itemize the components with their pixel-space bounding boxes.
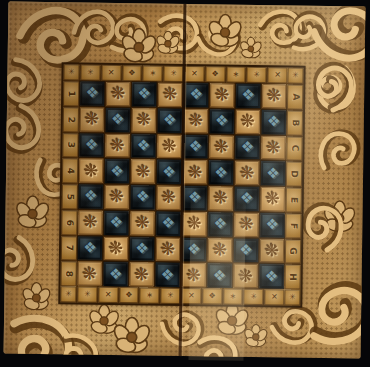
square-r7c7[interactable]: ❖ [234,238,258,262]
square-r4c7[interactable]: ❋ [235,161,259,185]
row-label-B: B [287,109,303,135]
frame-corner-bottom-right: ✳ [284,289,300,305]
row-label-D: D [286,161,302,187]
rank-label-7: 7 [61,235,77,261]
square-r5c3[interactable]: ❖ [131,185,155,209]
square-r7c5[interactable]: ❖ [182,237,206,261]
square-r6c4[interactable]: ❖ [156,211,180,235]
square-r7c4[interactable]: ❋ [156,237,180,261]
frame-bottom-tile: ✳ [159,288,180,304]
square-r2c1[interactable]: ❋ [80,107,104,131]
square-r3c8[interactable]: ❋ [261,136,285,160]
square-r7c8[interactable]: ❋ [260,239,284,263]
rank-label-5: 5 [62,183,78,209]
square-r2c5[interactable]: ❋ [184,109,208,133]
square-r1c2[interactable]: ❋ [106,82,130,106]
square-r8c1[interactable]: ❋ [78,262,102,286]
square-r1c3[interactable]: ❖ [132,82,156,106]
square-r5c4[interactable]: ❋ [157,186,181,210]
square-r6c7[interactable]: ❋ [234,212,258,236]
square-r3c6[interactable]: ❋ [209,135,233,159]
frame-corner-top-left: ✳ [63,64,79,80]
rank-label-8: 8 [61,261,77,287]
square-r1c1[interactable]: ❖ [80,82,104,106]
row-label-H: H [284,264,300,290]
frame-bottom-tile: ✕ [180,288,201,304]
square-r6c1[interactable]: ❋ [78,210,102,234]
frame-bottom-tile: ∗ [139,287,160,303]
frame-top-tile: ✕ [100,65,121,81]
row-label-C: C [286,135,302,161]
frame-top-tile: ✳ [79,65,100,81]
frame-top-tile: ✳ [246,67,267,83]
square-r1c4[interactable]: ❋ [158,83,182,107]
square-r7c1[interactable]: ❖ [78,236,102,260]
square-r6c8[interactable]: ❖ [260,213,284,237]
row-label-E: E [286,186,302,212]
rank-label-1: 1 [63,80,79,106]
frame-bottom-tile: ✕ [97,287,118,303]
square-r4c8[interactable]: ❖ [261,161,285,185]
square-r5c2[interactable]: ❋ [105,185,129,209]
frame-bottom-tile: ❖ [118,287,139,303]
square-r3c2[interactable]: ❋ [105,133,129,157]
square-r4c1[interactable]: ❋ [79,159,103,183]
rank-label-6: 6 [61,209,77,235]
square-r7c3[interactable]: ❖ [130,237,154,261]
square-r2c6[interactable]: ❖ [210,109,234,133]
square-r5c8[interactable]: ❋ [261,187,285,211]
square-r8c6[interactable]: ❖ [208,264,232,288]
rank-label-2: 2 [63,106,79,132]
square-r6c3[interactable]: ❋ [130,211,154,235]
frame-corner-bottom-left: ✳ [60,286,76,302]
frame-bottom-tile: ✳ [76,287,97,303]
frame-bottom-tile: ❖ [201,288,222,304]
square-r8c4[interactable]: ❖ [156,263,180,287]
square-r4c4[interactable]: ❖ [157,160,181,184]
frame-top-tile: ✳ [163,66,184,82]
frame-top-tile: ❖ [121,65,142,81]
carved-wooden-board: ✳ ✳✕❖∗✳✕❖∗✳✕ ✳ 12345678 ❖❋❖❋❖❋❖❋❋❖❋❖❋❖❋❖… [4,2,366,359]
row-label-A: A [287,83,303,109]
square-r2c3[interactable]: ❋ [132,108,156,132]
frame-corner-top-right: ✳ [287,67,303,83]
square-r5c1[interactable]: ❖ [79,185,103,209]
square-r1c8[interactable]: ❋ [262,84,286,108]
square-r6c6[interactable]: ❖ [208,212,232,236]
square-r4c3[interactable]: ❋ [131,160,155,184]
square-r2c8[interactable]: ❖ [262,110,286,134]
frame-top-tile: ∗ [142,65,163,81]
square-r2c2[interactable]: ❖ [106,108,130,132]
frame-top-tile: ∗ [225,67,246,83]
square-r5c7[interactable]: ❖ [235,187,259,211]
square-r5c5[interactable]: ❖ [183,186,207,210]
frame-top-tile: ✕ [183,66,204,82]
rank-label-3: 3 [62,132,78,158]
rank-label-4: 4 [62,158,78,184]
square-r2c4[interactable]: ❖ [158,108,182,132]
square-r4c6[interactable]: ❖ [209,161,233,185]
square-r8c5[interactable]: ❋ [182,263,206,287]
frame-strip-right-letters: ABCDEFGH [284,83,303,289]
square-r2c7[interactable]: ❋ [236,109,260,133]
square-r1c6[interactable]: ❋ [210,83,234,107]
square-r3c4[interactable]: ❋ [157,134,181,158]
frame-top-tile: ❖ [204,66,225,82]
square-r8c2[interactable]: ❖ [104,262,128,286]
frame-bottom-tile: ✳ [243,289,264,305]
square-r3c7[interactable]: ❖ [235,135,259,159]
square-r6c2[interactable]: ❖ [104,211,128,235]
square-r3c5[interactable]: ❖ [183,134,207,158]
square-r4c2[interactable]: ❖ [105,159,129,183]
row-label-F: F [285,212,301,238]
square-r8c8[interactable]: ❖ [259,264,283,288]
frame-top-tile: ✕ [267,67,288,83]
square-r3c3[interactable]: ❖ [131,134,155,158]
square-r7c2[interactable]: ❋ [104,236,128,260]
board-photo: ✳ ✳✕❖∗✳✕❖∗✳✕ ✳ 12345678 ❖❋❖❋❖❋❖❋❋❖❋❖❋❖❋❖… [0,0,370,367]
square-r5c6[interactable]: ❋ [209,186,233,210]
square-r1c5[interactable]: ❖ [184,83,208,107]
square-r6c5[interactable]: ❋ [182,212,206,236]
square-r7c6[interactable]: ❋ [208,238,232,262]
frame-bottom-tile: ∗ [222,289,243,305]
square-r4c5[interactable]: ❋ [183,160,207,184]
square-r3c1[interactable]: ❖ [79,133,103,157]
row-label-G: G [285,238,301,264]
square-r8c3[interactable]: ❋ [130,262,154,286]
square-r8c7[interactable]: ❋ [234,264,258,288]
frame-bottom-tile: ✕ [263,289,284,305]
square-r1c7[interactable]: ❖ [236,84,260,108]
